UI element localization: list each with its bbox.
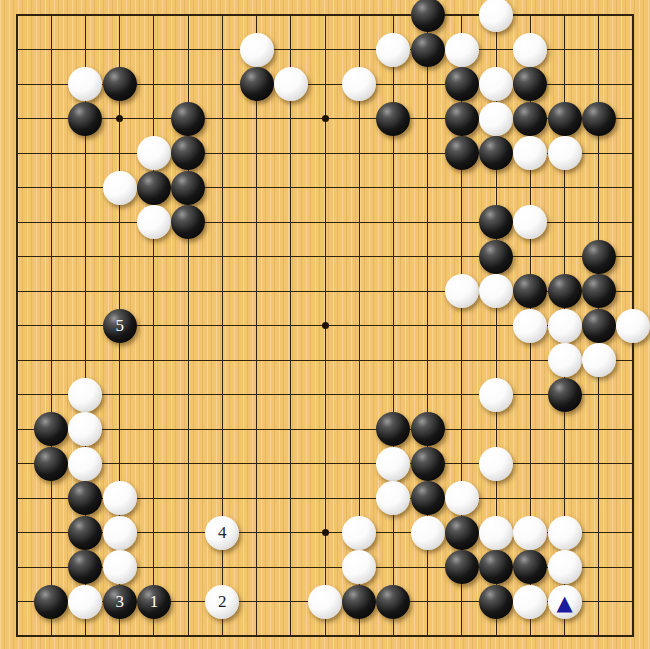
stone-white[interactable] <box>445 481 479 515</box>
stone-black[interactable] <box>68 481 102 515</box>
stone-white[interactable] <box>479 102 513 136</box>
stone-black[interactable] <box>548 274 582 308</box>
stone-black[interactable] <box>342 585 376 619</box>
stone-black[interactable] <box>582 102 616 136</box>
stone-black[interactable] <box>171 205 205 239</box>
stone-white[interactable] <box>342 550 376 584</box>
stone-white[interactable] <box>479 378 513 412</box>
stone-black[interactable] <box>582 274 616 308</box>
stone-white[interactable] <box>513 205 547 239</box>
stone-white[interactable] <box>513 33 547 67</box>
move-number-label: 2 <box>205 585 239 619</box>
stone-white[interactable] <box>376 447 410 481</box>
last-move-triangle-marker: ▲ <box>548 585 582 619</box>
stone-white[interactable] <box>548 309 582 343</box>
stone-white[interactable] <box>479 516 513 550</box>
stone-white[interactable] <box>548 343 582 377</box>
stone-white[interactable] <box>376 481 410 515</box>
stone-black[interactable] <box>411 412 445 446</box>
stone-white[interactable] <box>411 516 445 550</box>
move-number-label: 4 <box>205 516 239 550</box>
stone-black[interactable] <box>34 585 68 619</box>
stone-black[interactable] <box>411 481 445 515</box>
star-point <box>322 529 329 536</box>
stone-white[interactable] <box>513 516 547 550</box>
stone-white[interactable] <box>548 516 582 550</box>
stone-black[interactable] <box>513 550 547 584</box>
stone-white[interactable] <box>274 67 308 101</box>
stone-white[interactable] <box>103 171 137 205</box>
stone-white[interactable] <box>513 585 547 619</box>
grid-line <box>16 429 634 430</box>
stone-white[interactable] <box>137 205 171 239</box>
stone-white[interactable] <box>103 481 137 515</box>
stone-black[interactable] <box>445 102 479 136</box>
move-number-label: 5 <box>103 309 137 343</box>
stone-black[interactable] <box>445 516 479 550</box>
stone-white[interactable] <box>103 550 137 584</box>
star-point <box>322 322 329 329</box>
stone-black[interactable] <box>103 67 137 101</box>
stone-white[interactable] <box>68 447 102 481</box>
stone-black[interactable] <box>34 447 68 481</box>
stone-black[interactable] <box>513 67 547 101</box>
stone-black[interactable] <box>68 102 102 136</box>
stone-white[interactable] <box>445 274 479 308</box>
stone-white[interactable] <box>68 412 102 446</box>
stone-white[interactable] <box>68 585 102 619</box>
stone-black[interactable] <box>68 516 102 550</box>
stone-white[interactable] <box>103 516 137 550</box>
stone-black[interactable] <box>376 412 410 446</box>
stone-black[interactable] <box>34 412 68 446</box>
stone-black[interactable] <box>240 67 274 101</box>
stone-black[interactable] <box>582 309 616 343</box>
stone-black[interactable] <box>479 550 513 584</box>
stone-black[interactable] <box>548 102 582 136</box>
move-number-label: 3 <box>103 585 137 619</box>
stone-white[interactable] <box>582 343 616 377</box>
stone-white[interactable] <box>342 67 376 101</box>
grid-line <box>16 635 634 637</box>
stone-black[interactable] <box>171 136 205 170</box>
stone-black[interactable] <box>513 274 547 308</box>
stone-white[interactable] <box>513 136 547 170</box>
move-number-label: 1 <box>137 585 171 619</box>
stone-white[interactable] <box>479 274 513 308</box>
stone-black[interactable] <box>479 136 513 170</box>
stone-white[interactable] <box>479 447 513 481</box>
stone-black[interactable] <box>445 550 479 584</box>
grid-line <box>16 394 634 395</box>
go-board[interactable]: 12345▲ <box>0 0 650 649</box>
stone-black[interactable] <box>68 550 102 584</box>
stone-white[interactable] <box>308 585 342 619</box>
stone-black[interactable] <box>376 585 410 619</box>
stone-black[interactable] <box>479 240 513 274</box>
stone-white[interactable] <box>342 516 376 550</box>
stone-black[interactable] <box>548 378 582 412</box>
stone-black[interactable] <box>445 136 479 170</box>
stone-white[interactable] <box>240 33 274 67</box>
stone-white[interactable] <box>513 309 547 343</box>
stone-black[interactable] <box>171 102 205 136</box>
grid-line <box>16 463 634 464</box>
stone-black[interactable] <box>411 447 445 481</box>
star-point <box>322 115 329 122</box>
stone-black[interactable] <box>411 0 445 32</box>
stone-black[interactable] <box>582 240 616 274</box>
stone-white[interactable] <box>68 67 102 101</box>
stone-black[interactable] <box>137 171 171 205</box>
stone-black[interactable] <box>479 585 513 619</box>
stone-white[interactable] <box>68 378 102 412</box>
stone-black[interactable] <box>171 171 205 205</box>
stone-white[interactable] <box>548 550 582 584</box>
grid-line <box>16 360 634 361</box>
stone-white[interactable] <box>479 67 513 101</box>
stone-black[interactable] <box>376 102 410 136</box>
stone-black[interactable] <box>513 102 547 136</box>
stone-white[interactable] <box>445 33 479 67</box>
stone-white[interactable] <box>376 33 410 67</box>
stone-white[interactable] <box>616 309 650 343</box>
stone-white[interactable] <box>479 0 513 32</box>
star-point <box>116 115 123 122</box>
stone-black[interactable] <box>411 33 445 67</box>
stone-black[interactable] <box>479 205 513 239</box>
stone-white[interactable] <box>137 136 171 170</box>
stone-black[interactable] <box>445 67 479 101</box>
stone-white[interactable] <box>548 136 582 170</box>
